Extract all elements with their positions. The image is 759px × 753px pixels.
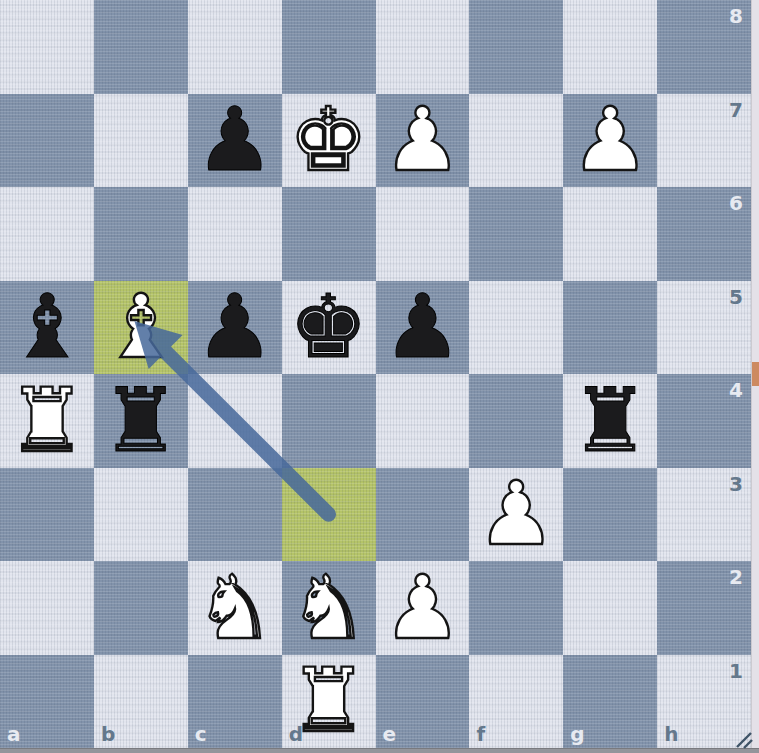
square-b1[interactable] — [94, 655, 188, 749]
square-e2[interactable]: ♟ — [376, 561, 470, 655]
square-d6[interactable] — [282, 187, 376, 281]
square-b6[interactable] — [94, 187, 188, 281]
square-d7[interactable]: ♚ — [282, 94, 376, 188]
square-b5[interactable]: ♝ — [94, 281, 188, 375]
square-f2[interactable] — [469, 561, 563, 655]
piece-black-bishop[interactable]: ♝ — [0, 281, 94, 375]
square-e4[interactable] — [376, 374, 470, 468]
square-h8[interactable] — [657, 0, 751, 94]
square-g5[interactable] — [563, 281, 657, 375]
square-a8[interactable] — [0, 0, 94, 94]
square-a7[interactable] — [0, 94, 94, 188]
square-c8[interactable] — [188, 0, 282, 94]
square-c7[interactable]: ♟ — [188, 94, 282, 188]
scrollbar-marker[interactable] — [752, 362, 759, 386]
square-c2[interactable]: ♞ — [188, 561, 282, 655]
square-f5[interactable] — [469, 281, 563, 375]
square-a1[interactable] — [0, 655, 94, 749]
square-d5[interactable]: ♚ — [282, 281, 376, 375]
square-f4[interactable] — [469, 374, 563, 468]
piece-white-rook[interactable]: ♜ — [282, 655, 376, 749]
square-a6[interactable] — [0, 187, 94, 281]
piece-white-pawn[interactable]: ♟ — [563, 94, 657, 188]
square-c5[interactable]: ♟ — [188, 281, 282, 375]
piece-black-pawn[interactable]: ♟ — [376, 281, 470, 375]
square-g1[interactable] — [563, 655, 657, 749]
square-e7[interactable]: ♟ — [376, 94, 470, 188]
piece-black-rook[interactable]: ♜ — [94, 374, 188, 468]
square-c6[interactable] — [188, 187, 282, 281]
square-b2[interactable] — [94, 561, 188, 655]
square-g4[interactable]: ♜ — [563, 374, 657, 468]
square-d3[interactable] — [282, 468, 376, 562]
square-a4[interactable]: ♜ — [0, 374, 94, 468]
piece-black-king[interactable]: ♚ — [282, 281, 376, 375]
square-h5[interactable] — [657, 281, 751, 375]
square-e1[interactable] — [376, 655, 470, 749]
square-d1[interactable]: ♜ — [282, 655, 376, 749]
square-h4[interactable] — [657, 374, 751, 468]
square-f8[interactable] — [469, 0, 563, 94]
square-c3[interactable] — [188, 468, 282, 562]
square-h6[interactable] — [657, 187, 751, 281]
square-c4[interactable] — [188, 374, 282, 468]
piece-white-pawn[interactable]: ♟ — [469, 468, 563, 562]
piece-white-pawn[interactable]: ♟ — [376, 561, 470, 655]
square-g2[interactable] — [563, 561, 657, 655]
square-d4[interactable] — [282, 374, 376, 468]
piece-white-knight[interactable]: ♞ — [188, 561, 282, 655]
piece-white-king[interactable]: ♚ — [282, 94, 376, 188]
resize-handle-icon[interactable] — [735, 731, 753, 749]
square-a2[interactable] — [0, 561, 94, 655]
square-e3[interactable] — [376, 468, 470, 562]
square-d8[interactable] — [282, 0, 376, 94]
square-e5[interactable]: ♟ — [376, 281, 470, 375]
square-e8[interactable] — [376, 0, 470, 94]
square-g6[interactable] — [563, 187, 657, 281]
square-c1[interactable] — [188, 655, 282, 749]
square-f3[interactable]: ♟ — [469, 468, 563, 562]
piece-black-rook[interactable]: ♜ — [563, 374, 657, 468]
square-f1[interactable] — [469, 655, 563, 749]
piece-white-bishop[interactable]: ♝ — [94, 281, 188, 375]
piece-white-pawn[interactable]: ♟ — [376, 94, 470, 188]
square-b7[interactable] — [94, 94, 188, 188]
piece-white-knight[interactable]: ♞ — [282, 561, 376, 655]
piece-black-pawn[interactable]: ♟ — [188, 281, 282, 375]
square-b4[interactable]: ♜ — [94, 374, 188, 468]
square-f7[interactable] — [469, 94, 563, 188]
square-g8[interactable] — [563, 0, 657, 94]
square-f6[interactable] — [469, 187, 563, 281]
square-e6[interactable] — [376, 187, 470, 281]
square-a5[interactable]: ♝ — [0, 281, 94, 375]
square-b8[interactable] — [94, 0, 188, 94]
chess-board: ♟♚♟♟♝♝♟♚♟♜♜♜♟♞♞♟♜ — [0, 0, 751, 748]
piece-black-pawn[interactable]: ♟ — [188, 94, 282, 188]
window-border-bottom — [0, 748, 759, 753]
square-d2[interactable]: ♞ — [282, 561, 376, 655]
square-h7[interactable] — [657, 94, 751, 188]
square-g7[interactable]: ♟ — [563, 94, 657, 188]
square-g3[interactable] — [563, 468, 657, 562]
scrollbar-track[interactable] — [751, 0, 759, 749]
page: ♟♚♟♟♝♝♟♚♟♜♜♜♟♞♞♟♜ abcdefgh12345678 — [0, 0, 759, 753]
square-h2[interactable] — [657, 561, 751, 655]
square-h3[interactable] — [657, 468, 751, 562]
square-a3[interactable] — [0, 468, 94, 562]
square-b3[interactable] — [94, 468, 188, 562]
piece-white-rook[interactable]: ♜ — [0, 374, 94, 468]
